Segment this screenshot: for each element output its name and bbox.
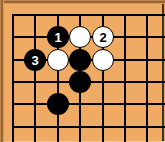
board-edge-highlight-bottom: [4, 141, 165, 142]
grid-line-horizontal: [12, 14, 165, 16]
move-number-label: 2: [99, 31, 106, 44]
white-stone: [69, 26, 91, 48]
grid-line-horizontal: [12, 103, 165, 105]
grid-line-horizontal: [12, 126, 165, 128]
move-number-label: 3: [31, 54, 38, 67]
grid-line-vertical: [34, 14, 36, 142]
board-edge-shadow-right: [162, 4, 164, 142]
white-stone-move-2: 2: [92, 26, 114, 48]
go-diagram: 123: [0, 0, 165, 142]
grid-line-vertical: [124, 14, 126, 142]
go-board: 123: [0, 0, 165, 142]
black-stone-move-3: 3: [24, 49, 46, 71]
white-stone: [47, 49, 69, 71]
board-border-top: [0, 0, 165, 4]
black-stone: [47, 93, 69, 115]
white-stone: [92, 49, 114, 71]
black-stone: [69, 71, 91, 93]
move-number-label: 1: [54, 31, 61, 44]
grid-line-vertical: [146, 14, 148, 142]
board-border-left: [0, 0, 4, 142]
black-stone-move-1: 1: [47, 26, 69, 48]
black-stone: [69, 49, 91, 71]
grid-line-vertical: [12, 14, 14, 142]
